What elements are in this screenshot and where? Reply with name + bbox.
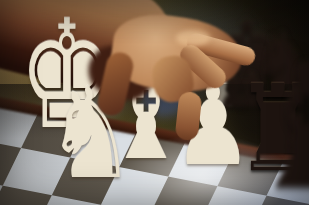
knuckle-highlight (176, 30, 210, 46)
chess-photo: ♚♝♞♟♟♜♚♞♟♟♝ (0, 0, 309, 205)
black-bishop-right-edge[interactable]: ♝ (246, 43, 309, 205)
